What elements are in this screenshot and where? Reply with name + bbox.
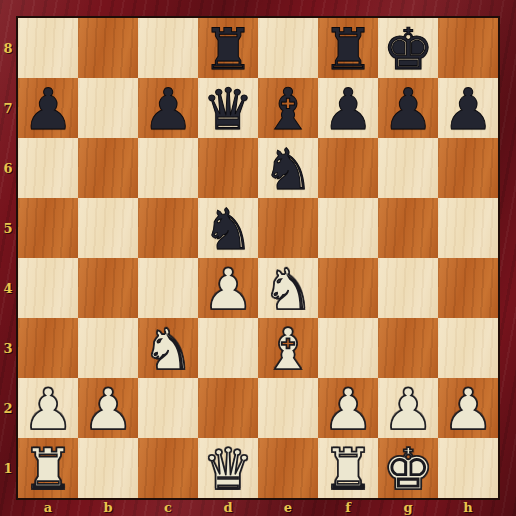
white-pawn-d4: ♟: [202, 261, 253, 318]
white-rook-f1: ♜: [322, 441, 373, 498]
square-a3[interactable]: [18, 318, 78, 378]
square-a5[interactable]: [18, 198, 78, 258]
rank-label-3: 3: [3, 341, 12, 356]
black-pawn-a7: ♟: [22, 81, 73, 138]
black-pawn-g7: ♟: [382, 81, 433, 138]
square-c1[interactable]: [138, 438, 198, 498]
white-pawn-b2: ♟: [82, 381, 133, 438]
rank-label-6: 6: [3, 161, 12, 176]
black-king-g8: ♚: [382, 21, 433, 78]
square-b5[interactable]: [78, 198, 138, 258]
rank-label-7: 7: [3, 101, 12, 116]
black-pawn-c7: ♟: [142, 81, 193, 138]
black-rook-d8: ♜: [202, 21, 253, 78]
square-b4[interactable]: [78, 258, 138, 318]
square-c5[interactable]: [138, 198, 198, 258]
square-g2[interactable]: ♟: [378, 378, 438, 438]
square-a7[interactable]: ♟: [18, 78, 78, 138]
square-e3[interactable]: ♝: [258, 318, 318, 378]
square-c6[interactable]: [138, 138, 198, 198]
square-g4[interactable]: [378, 258, 438, 318]
square-b1[interactable]: [78, 438, 138, 498]
square-e2[interactable]: [258, 378, 318, 438]
square-h3[interactable]: [438, 318, 498, 378]
square-e5[interactable]: [258, 198, 318, 258]
square-f2[interactable]: ♟: [318, 378, 378, 438]
square-d3[interactable]: [198, 318, 258, 378]
rank-label-5: 5: [3, 221, 12, 236]
square-d5[interactable]: ♞: [198, 198, 258, 258]
white-bishop-e3: ♝: [262, 321, 313, 378]
square-c2[interactable]: [138, 378, 198, 438]
square-f1[interactable]: ♜: [318, 438, 378, 498]
square-a1[interactable]: ♜: [18, 438, 78, 498]
black-pawn-f7: ♟: [322, 81, 373, 138]
square-f4[interactable]: [318, 258, 378, 318]
square-d8[interactable]: ♜: [198, 18, 258, 78]
square-g3[interactable]: [378, 318, 438, 378]
file-label-b: b: [103, 500, 112, 515]
black-knight-e6: ♞: [262, 141, 313, 198]
square-h4[interactable]: [438, 258, 498, 318]
square-g8[interactable]: ♚: [378, 18, 438, 78]
square-h5[interactable]: [438, 198, 498, 258]
square-e7[interactable]: ♝: [258, 78, 318, 138]
rank-label-1: 1: [3, 461, 12, 476]
file-labels: abcdefgh: [18, 498, 498, 516]
square-f6[interactable]: [318, 138, 378, 198]
square-h2[interactable]: ♟: [438, 378, 498, 438]
rank-label-2: 2: [3, 401, 12, 416]
white-pawn-h2: ♟: [442, 381, 493, 438]
square-d2[interactable]: [198, 378, 258, 438]
white-king-g1: ♚: [382, 441, 433, 498]
white-pawn-a2: ♟: [22, 381, 73, 438]
square-e4[interactable]: ♞: [258, 258, 318, 318]
square-e8[interactable]: [258, 18, 318, 78]
file-label-e: e: [284, 500, 292, 515]
file-label-d: d: [223, 500, 232, 515]
white-rook-a1: ♜: [22, 441, 73, 498]
square-f8[interactable]: ♜: [318, 18, 378, 78]
square-e1[interactable]: [258, 438, 318, 498]
square-g5[interactable]: [378, 198, 438, 258]
white-knight-e4: ♞: [262, 261, 313, 318]
square-h8[interactable]: [438, 18, 498, 78]
square-c3[interactable]: ♞: [138, 318, 198, 378]
white-knight-c3: ♞: [142, 321, 193, 378]
square-b7[interactable]: [78, 78, 138, 138]
square-b2[interactable]: ♟: [78, 378, 138, 438]
board-frame: ♜♜♚♟♟♛♝♟♟♟♞♞♟♞♞♝♟♟♟♟♟♜♛♜♚ 87654321 abcde…: [0, 0, 516, 516]
square-c7[interactable]: ♟: [138, 78, 198, 138]
square-c8[interactable]: [138, 18, 198, 78]
rank-labels: 87654321: [0, 18, 16, 498]
board: ♜♜♚♟♟♛♝♟♟♟♞♞♟♞♞♝♟♟♟♟♟♜♛♜♚: [16, 16, 500, 500]
square-g7[interactable]: ♟: [378, 78, 438, 138]
square-b3[interactable]: [78, 318, 138, 378]
square-h1[interactable]: [438, 438, 498, 498]
file-label-f: f: [345, 500, 351, 515]
square-g6[interactable]: [378, 138, 438, 198]
square-a8[interactable]: [18, 18, 78, 78]
square-h6[interactable]: [438, 138, 498, 198]
square-f7[interactable]: ♟: [318, 78, 378, 138]
square-d4[interactable]: ♟: [198, 258, 258, 318]
square-d7[interactable]: ♛: [198, 78, 258, 138]
square-d1[interactable]: ♛: [198, 438, 258, 498]
rank-label-4: 4: [3, 281, 12, 296]
square-c4[interactable]: [138, 258, 198, 318]
square-b8[interactable]: [78, 18, 138, 78]
square-g1[interactable]: ♚: [378, 438, 438, 498]
square-f3[interactable]: [318, 318, 378, 378]
square-d6[interactable]: [198, 138, 258, 198]
file-label-c: c: [164, 500, 172, 515]
black-rook-f8: ♜: [322, 21, 373, 78]
file-label-g: g: [403, 500, 412, 515]
black-knight-d5: ♞: [202, 201, 253, 258]
black-bishop-e7: ♝: [262, 81, 313, 138]
black-queen-d7: ♛: [202, 81, 253, 138]
white-pawn-g2: ♟: [382, 381, 433, 438]
white-pawn-f2: ♟: [322, 381, 373, 438]
square-e6[interactable]: ♞: [258, 138, 318, 198]
file-label-a: a: [44, 500, 52, 515]
square-a4[interactable]: [18, 258, 78, 318]
black-pawn-h7: ♟: [442, 81, 493, 138]
file-label-h: h: [463, 500, 472, 515]
square-h7[interactable]: ♟: [438, 78, 498, 138]
rank-label-8: 8: [3, 41, 12, 56]
square-a2[interactable]: ♟: [18, 378, 78, 438]
square-f5[interactable]: [318, 198, 378, 258]
square-a6[interactable]: [18, 138, 78, 198]
square-b6[interactable]: [78, 138, 138, 198]
white-queen-d1: ♛: [202, 441, 253, 498]
